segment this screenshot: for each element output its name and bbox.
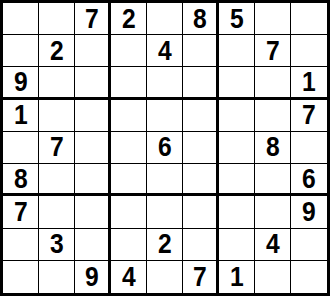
cell-r4c9[interactable]: 7 [291,100,327,132]
given-digit: 7 [85,5,99,33]
cell-r2c7[interactable] [219,35,255,67]
cell-r1c2[interactable] [39,3,75,35]
cell-r3c5[interactable] [147,67,183,99]
cell-r4c7[interactable] [219,100,255,132]
cell-r8c8[interactable]: 4 [255,229,291,261]
cell-r7c4[interactable] [111,196,147,228]
cell-r4c1[interactable]: 1 [3,100,39,132]
cell-r9c8[interactable] [255,261,291,293]
cell-r2c1[interactable] [3,35,39,67]
given-digit: 4 [122,263,136,291]
cell-r2c5[interactable]: 4 [147,35,183,67]
cell-r1c3[interactable]: 7 [75,3,111,35]
cell-r4c4[interactable] [111,100,147,132]
cell-r2c6[interactable] [183,35,219,67]
cell-r8c2[interactable]: 3 [39,229,75,261]
cell-r8c5[interactable]: 2 [147,229,183,261]
cell-r7c5[interactable] [147,196,183,228]
cell-r9c1[interactable] [3,261,39,293]
cell-r5c2[interactable]: 7 [39,132,75,164]
cell-r6c4[interactable] [111,164,147,196]
cell-r6c3[interactable] [75,164,111,196]
cell-r1c1[interactable] [3,3,39,35]
cell-r1c7[interactable]: 5 [219,3,255,35]
given-digit: 8 [193,5,207,33]
given-digit: 6 [302,165,316,193]
given-digit: 3 [50,230,64,258]
given-digit: 7 [14,198,28,226]
cell-r9c7[interactable]: 1 [219,261,255,293]
given-digit: 7 [193,263,207,291]
given-digit: 6 [158,133,172,161]
cell-r3c6[interactable] [183,67,219,99]
cell-r6c6[interactable] [183,164,219,196]
cell-r7c8[interactable] [255,196,291,228]
cell-r9c3[interactable]: 9 [75,261,111,293]
cell-r3c3[interactable] [75,67,111,99]
cell-r9c9[interactable] [291,261,327,293]
cell-r6c9[interactable]: 6 [291,164,327,196]
cell-r6c7[interactable] [219,164,255,196]
cell-r4c5[interactable] [147,100,183,132]
cell-r8c1[interactable] [3,229,39,261]
given-digit: 7 [50,133,64,161]
cell-r5c4[interactable] [111,132,147,164]
cell-r8c9[interactable] [291,229,327,261]
given-digit: 5 [230,5,244,33]
cell-r9c4[interactable]: 4 [111,261,147,293]
cell-r1c6[interactable]: 8 [183,3,219,35]
cell-r5c6[interactable] [183,132,219,164]
cell-r1c5[interactable] [147,3,183,35]
cell-r5c7[interactable] [219,132,255,164]
cell-r8c4[interactable] [111,229,147,261]
given-digit: 9 [14,68,28,96]
cell-r6c2[interactable] [39,164,75,196]
given-digit: 8 [14,165,28,193]
given-digit: 9 [85,263,99,291]
given-digit: 4 [158,37,172,65]
given-digit: 1 [14,101,28,129]
cell-r9c2[interactable] [39,261,75,293]
given-digit: 4 [266,230,280,258]
cell-r8c6[interactable] [183,229,219,261]
cell-r8c7[interactable] [219,229,255,261]
given-digit: 8 [266,133,280,161]
cell-r3c4[interactable] [111,67,147,99]
given-digit: 2 [158,230,172,258]
cell-r6c5[interactable] [147,164,183,196]
given-digit: 9 [302,198,316,226]
cell-r2c9[interactable] [291,35,327,67]
given-digit: 7 [266,37,280,65]
given-digit: 2 [50,37,64,65]
cell-r7c2[interactable] [39,196,75,228]
cell-r3c7[interactable] [219,67,255,99]
given-digit: 2 [122,5,136,33]
cell-r3c2[interactable] [39,67,75,99]
cell-r5c1[interactable] [3,132,39,164]
cell-r4c3[interactable] [75,100,111,132]
cell-r4c8[interactable] [255,100,291,132]
cell-r4c2[interactable] [39,100,75,132]
cell-r7c1[interactable]: 7 [3,196,39,228]
cell-r9c5[interactable] [147,261,183,293]
cell-r7c6[interactable] [183,196,219,228]
cell-r5c5[interactable]: 6 [147,132,183,164]
cell-r3c1[interactable]: 9 [3,67,39,99]
cell-r2c4[interactable] [111,35,147,67]
cell-r6c8[interactable] [255,164,291,196]
cell-r4c6[interactable] [183,100,219,132]
cell-r2c2[interactable]: 2 [39,35,75,67]
cell-r3c8[interactable] [255,67,291,99]
cell-r5c3[interactable] [75,132,111,164]
cell-r6c1[interactable]: 8 [3,164,39,196]
cell-r9c6[interactable]: 7 [183,261,219,293]
cell-r1c4[interactable]: 2 [111,3,147,35]
cell-r7c9[interactable]: 9 [291,196,327,228]
cell-r2c3[interactable] [75,35,111,67]
cell-r2c8[interactable]: 7 [255,35,291,67]
cell-r7c7[interactable] [219,196,255,228]
cell-r3c9[interactable]: 1 [291,67,327,99]
cell-r1c8[interactable] [255,3,291,35]
given-digit: 7 [302,101,316,129]
cell-r8c3[interactable] [75,229,111,261]
cell-r5c9[interactable] [291,132,327,164]
cell-r7c3[interactable] [75,196,111,228]
cell-r1c9[interactable] [291,3,327,35]
given-digit: 1 [230,263,244,291]
cell-r5c8[interactable]: 8 [255,132,291,164]
sudoku-board: 7285247911776886793249471 [0,0,330,296]
given-digit: 1 [302,68,316,96]
